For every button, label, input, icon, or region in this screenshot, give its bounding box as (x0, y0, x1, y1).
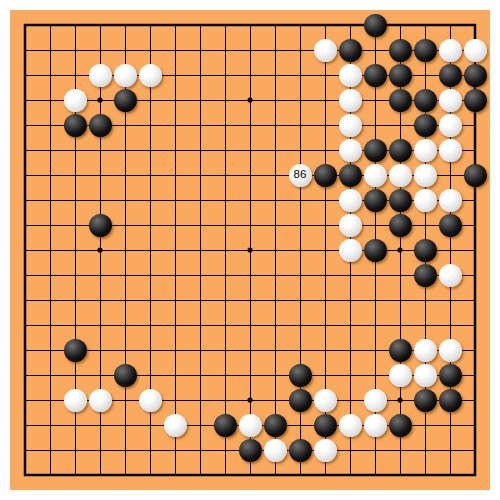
black-stone (389, 39, 412, 62)
black-stone (289, 439, 312, 462)
white-stone (164, 414, 187, 437)
black-stone (114, 364, 137, 387)
black-stone (289, 364, 312, 387)
black-stone (264, 414, 287, 437)
black-stone (364, 64, 387, 87)
black-stone (464, 64, 487, 87)
white-stone (389, 164, 412, 187)
white-stone (414, 339, 437, 362)
white-stone (339, 139, 362, 162)
white-stone (439, 89, 462, 112)
white-stone (364, 389, 387, 412)
white-stone (339, 214, 362, 237)
black-stone (364, 239, 387, 262)
white-stone (439, 339, 462, 362)
go-game-view: 86 (0, 0, 500, 500)
black-stone (89, 214, 112, 237)
white-stone (439, 139, 462, 162)
black-stone (389, 139, 412, 162)
black-stone (414, 389, 437, 412)
white-stone (414, 364, 437, 387)
white-stone (439, 264, 462, 287)
black-stone (339, 39, 362, 62)
black-stone (214, 414, 237, 437)
white-stone (439, 189, 462, 212)
white-stone (89, 389, 112, 412)
white-stone (139, 64, 162, 87)
black-stone (464, 89, 487, 112)
white-stone (339, 239, 362, 262)
white-stone (89, 64, 112, 87)
white-stone (314, 39, 337, 62)
white-stone (139, 389, 162, 412)
move-number-label: 86 (294, 169, 307, 181)
white-stone (339, 89, 362, 112)
white-stone (414, 139, 437, 162)
black-stone (314, 414, 337, 437)
black-stone (364, 139, 387, 162)
black-stone (389, 64, 412, 87)
white-stone (364, 414, 387, 437)
black-stone (389, 414, 412, 437)
black-stone (439, 364, 462, 387)
white-stone (464, 39, 487, 62)
black-stone (414, 239, 437, 262)
black-stone (414, 264, 437, 287)
black-stone (114, 89, 137, 112)
black-stone (239, 439, 262, 462)
black-stone (364, 14, 387, 37)
black-stone (439, 64, 462, 87)
black-stone (439, 214, 462, 237)
black-stone (89, 114, 112, 137)
stone-layer: 86 (13, 13, 488, 488)
white-stone (439, 114, 462, 137)
white-stone (339, 114, 362, 137)
white-stone (389, 364, 412, 387)
black-stone (389, 339, 412, 362)
white-stone (439, 39, 462, 62)
white-stone (239, 414, 262, 437)
black-stone (64, 114, 87, 137)
last-move-stone: 86 (289, 164, 312, 187)
black-stone (314, 164, 337, 187)
white-stone (339, 189, 362, 212)
black-stone (439, 389, 462, 412)
go-board[interactable]: 86 (10, 10, 490, 490)
black-stone (414, 114, 437, 137)
white-stone (364, 164, 387, 187)
black-stone (64, 339, 87, 362)
black-stone (364, 189, 387, 212)
white-stone (314, 389, 337, 412)
white-stone (339, 64, 362, 87)
black-stone (464, 164, 487, 187)
white-stone (414, 189, 437, 212)
white-stone (264, 439, 287, 462)
black-stone (389, 189, 412, 212)
white-stone (64, 89, 87, 112)
black-stone (414, 39, 437, 62)
black-stone (389, 214, 412, 237)
white-stone (314, 439, 337, 462)
black-stone (339, 164, 362, 187)
white-stone (114, 64, 137, 87)
black-stone (389, 89, 412, 112)
black-stone (289, 389, 312, 412)
white-stone (339, 414, 362, 437)
black-stone (414, 89, 437, 112)
white-stone (414, 164, 437, 187)
white-stone (64, 389, 87, 412)
